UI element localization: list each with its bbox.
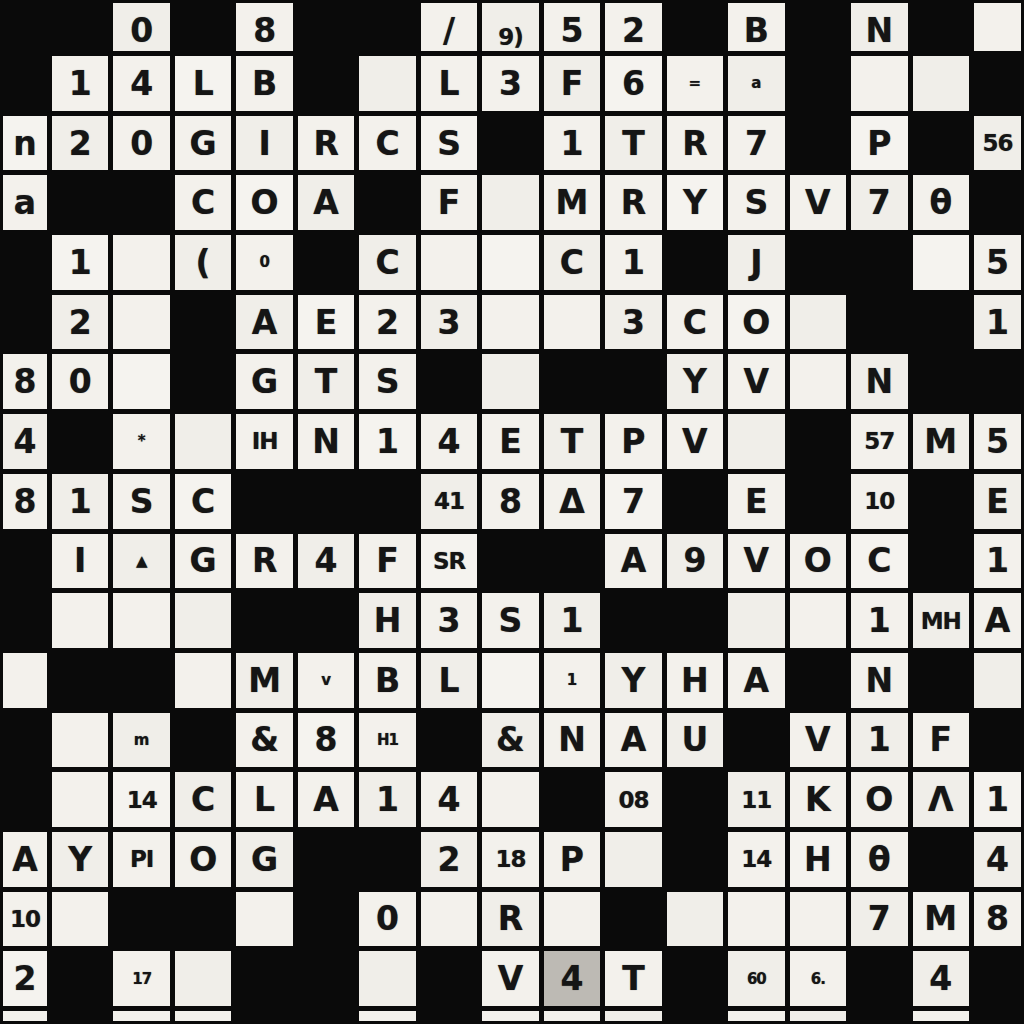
block-r13c1 [3,713,47,768]
block-r7c4 [175,354,231,409]
cell-r12c11[interactable]: Y [605,653,661,708]
cell-r9c8[interactable]: 41 [421,474,477,529]
cell-r3c17[interactable]: 56 [974,116,1021,171]
cell-r14c16[interactable]: Λ [913,772,969,827]
cell-r6c5[interactable]: A [236,295,292,350]
cell-r16c2[interactable] [52,892,108,947]
block-r7c11 [605,354,661,409]
cell-r4c8[interactable]: F [421,175,477,230]
cell-r14c11[interactable]: 08 [605,772,661,827]
cell-r3c7[interactable]: C [359,116,415,171]
cell-r14c5[interactable]: L [236,772,292,827]
cell-r12c17[interactable] [974,653,1021,708]
block-r15c7 [359,832,415,887]
cell-r3c6[interactable]: R [298,116,354,171]
cell-r9c10[interactable]: Δ [544,474,600,529]
block-r2c1 [3,56,47,111]
cell-r14c4[interactable]: C [175,772,231,827]
block-r7c16 [913,354,969,409]
cell-r9c11[interactable]: 7 [605,474,661,529]
cell-r13c6[interactable]: 8 [298,713,354,768]
cell-r2c2[interactable]: 1 [52,56,108,111]
cell-r4c9[interactable] [482,175,538,230]
cell-r8c12[interactable]: V [667,414,723,469]
cell-r15c17[interactable]: 4 [974,832,1021,887]
cell-r2c7[interactable] [359,56,415,111]
cell-r13c9[interactable]: & [482,713,538,768]
block-r3c16 [913,116,969,171]
block-r6c15 [851,295,907,350]
cell-r7c14[interactable] [790,354,846,409]
cell-r5c10[interactable]: C [544,235,600,290]
cell-r2c8[interactable]: L [421,56,477,111]
block-r13c4 [175,713,231,768]
block-r18c5 [236,1011,292,1021]
cell-r2c10[interactable]: F [544,56,600,111]
cell-r4c16[interactable]: θ [913,175,969,230]
block-r4c7 [359,175,415,230]
block-r11c5 [236,593,292,648]
cell-r14c14[interactable]: K [790,772,846,827]
cell-r13c14[interactable]: V [790,713,846,768]
cell-r16c8[interactable] [421,892,477,947]
cell-r14c8[interactable]: 4 [421,772,477,827]
cell-r2c4[interactable]: L [175,56,231,111]
cell-r18c13[interactable] [728,1011,784,1021]
block-r18c15 [851,1011,907,1021]
cell-r10c7[interactable]: F [359,534,415,589]
cell-r1c10[interactable]: 5 [544,3,600,51]
cell-r6c8[interactable]: 3 [421,295,477,350]
cell-r15c13[interactable]: 14 [728,832,784,887]
cell-r15c14[interactable]: H [790,832,846,887]
cell-r18c10[interactable] [544,1011,600,1021]
block-r16c6 [298,892,354,947]
cell-r7c2[interactable]: 0 [52,354,108,409]
cell-r18c4[interactable] [175,1011,231,1021]
block-r1c14 [790,3,846,51]
cell-r10c12[interactable]: 9 [667,534,723,589]
block-r1c1 [3,3,47,51]
cell-r11c13[interactable] [728,593,784,648]
block-r9c6 [298,474,354,529]
cell-r3c13[interactable]: 7 [728,116,784,171]
cell-r8c3[interactable]: * [113,414,169,469]
cell-r4c5[interactable]: O [236,175,292,230]
block-r1c6 [298,3,354,51]
cell-r2c12[interactable]: = [667,56,723,111]
cell-r1c3[interactable]: 0 [113,3,169,51]
cell-r16c1[interactable]: 10 [3,892,47,947]
cell-r6c13[interactable]: O [728,295,784,350]
cell-r15c11[interactable] [605,832,661,887]
cell-r7c5[interactable]: G [236,354,292,409]
cell-r13c7[interactable]: H1 [359,713,415,768]
block-r16c11 [605,892,661,947]
cell-r8c13[interactable] [728,414,784,469]
cell-r12c8[interactable]: L [421,653,477,708]
block-r18c8 [421,1011,477,1021]
block-r4c17 [974,175,1021,230]
cell-r14c15[interactable]: O [851,772,907,827]
cell-r10c13[interactable]: V [728,534,784,589]
cell-r16c14[interactable] [790,892,846,947]
block-r7c17 [974,354,1021,409]
cell-r17c3[interactable]: 17 [113,951,169,1006]
cell-r7c13[interactable]: V [728,354,784,409]
cell-r5c9[interactable] [482,235,538,290]
cell-r2c9[interactable]: 3 [482,56,538,111]
cell-r16c16[interactable]: M [913,892,969,947]
cell-r11c17[interactable]: A [974,593,1021,648]
cell-r5c13[interactable]: J [728,235,784,290]
cell-r18c3[interactable] [113,1011,169,1021]
crossword-grid: 08/9)52BN14LBL3F6=an20GIRCS1TR7P56aCOAFM… [0,0,1024,1024]
block-r17c2 [52,951,108,1006]
cell-r6c11[interactable]: 3 [605,295,661,350]
block-r17c5 [236,951,292,1006]
cell-r18c9[interactable] [482,1011,538,1021]
block-r8c2 [52,414,108,469]
cell-r17c11[interactable]: T [605,951,661,1006]
block-r1c7 [359,3,415,51]
block-r14c12 [667,772,723,827]
block-r14c1 [3,772,47,827]
cell-r17c14[interactable]: 6. [790,951,846,1006]
cell-r11c9[interactable]: S [482,593,538,648]
cell-r3c11[interactable]: T [605,116,661,171]
cell-r7c15[interactable]: N [851,354,907,409]
cell-r10c2[interactable]: I [52,534,108,589]
cell-r5c7[interactable]: C [359,235,415,290]
block-r17c12 [667,951,723,1006]
block-r17c6 [298,951,354,1006]
cell-r16c17[interactable]: 8 [974,892,1021,947]
block-r8c14 [790,414,846,469]
cell-r15c8[interactable]: 2 [421,832,477,887]
block-r12c2 [52,653,108,708]
cell-r12c1[interactable] [3,653,47,708]
cell-r15c15[interactable]: θ [851,832,907,887]
block-r16c3 [113,892,169,947]
cell-r13c16[interactable]: F [913,713,969,768]
block-r16c4 [175,892,231,947]
cell-r13c12[interactable]: U [667,713,723,768]
cell-r10c3[interactable]: ▲ [113,534,169,589]
cell-r14c7[interactable]: 1 [359,772,415,827]
cell-r4c10[interactable]: M [544,175,600,230]
cell-r12c6[interactable]: v [298,653,354,708]
cell-r4c12[interactable]: Y [667,175,723,230]
block-r11c6 [298,593,354,648]
cell-r3c2[interactable]: 2 [52,116,108,171]
cell-r1c11[interactable]: 2 [605,3,661,51]
cell-r3c8[interactable]: S [421,116,477,171]
cell-r15c4[interactable]: O [175,832,231,887]
cell-r14c17[interactable]: 1 [974,772,1021,827]
cell-r10c17[interactable]: 1 [974,534,1021,589]
cell-r10c11[interactable]: A [605,534,661,589]
block-r9c14 [790,474,846,529]
cell-r12c9[interactable] [482,653,538,708]
block-r9c12 [667,474,723,529]
cell-r15c5[interactable]: G [236,832,292,887]
cell-r1c17[interactable] [974,3,1021,51]
cell-r5c11[interactable]: 1 [605,235,661,290]
block-r13c8 [421,713,477,768]
cell-r10c8[interactable]: SR [421,534,477,589]
block-r11c1 [3,593,47,648]
cell-r4c14[interactable]: V [790,175,846,230]
block-r10c10 [544,534,600,589]
block-r6c16 [913,295,969,350]
block-r11c11 [605,593,661,648]
cell-r9c1[interactable]: 8 [3,474,47,529]
cell-r13c10[interactable]: N [544,713,600,768]
cell-r6c3[interactable] [113,295,169,350]
cell-r8c16[interactable]: M [913,414,969,469]
cell-r6c10[interactable] [544,295,600,350]
block-r5c6 [298,235,354,290]
cell-r16c13[interactable] [728,892,784,947]
cell-r6c2[interactable]: 2 [52,295,108,350]
cell-r9c2[interactable]: 1 [52,474,108,529]
cell-r5c2[interactable]: 1 [52,235,108,290]
cell-r2c11[interactable]: 6 [605,56,661,111]
cell-r4c6[interactable]: A [298,175,354,230]
cell-r15c1[interactable]: A [3,832,47,887]
cell-r9c13[interactable]: E [728,474,784,529]
cell-r16c7[interactable]: 0 [359,892,415,947]
cell-r12c15[interactable]: N [851,653,907,708]
cell-r17c13[interactable]: 60 [728,951,784,1006]
block-r9c7 [359,474,415,529]
cell-r18c14[interactable] [790,1011,846,1021]
cell-r16c5[interactable] [236,892,292,947]
block-r7c10 [544,354,600,409]
cell-r18c11[interactable] [605,1011,661,1021]
cell-r1c13[interactable]: B [728,3,784,51]
cell-r11c8[interactable]: 3 [421,593,477,648]
cell-r13c11[interactable]: A [605,713,661,768]
cell-r7c1[interactable]: 8 [3,354,47,409]
cell-r4c4[interactable]: C [175,175,231,230]
block-r10c1 [3,534,47,589]
cell-r5c3[interactable] [113,235,169,290]
block-r2c6 [298,56,354,111]
cell-r11c2[interactable] [52,593,108,648]
cell-r4c13[interactable]: S [728,175,784,230]
cell-r13c3[interactable]: m [113,713,169,768]
cell-r15c3[interactable]: PI [113,832,169,887]
cell-r9c15[interactable]: 10 [851,474,907,529]
cell-r12c4[interactable] [175,653,231,708]
block-r10c9 [482,534,538,589]
cell-r12c12[interactable]: H [667,653,723,708]
block-r13c13 [728,713,784,768]
cell-r11c10[interactable]: 1 [544,593,600,648]
block-r18c17 [974,1011,1021,1021]
cell-r10c4[interactable]: G [175,534,231,589]
block-r17c8 [421,951,477,1006]
block-r15c6 [298,832,354,887]
cell-r9c3[interactable]: S [113,474,169,529]
cell-r14c9[interactable] [482,772,538,827]
cell-r12c13[interactable]: A [728,653,784,708]
cell-r12c10[interactable]: 1 [544,653,600,708]
cell-r13c5[interactable]: & [236,713,292,768]
cell-r14c2[interactable] [52,772,108,827]
cell-r12c7[interactable]: B [359,653,415,708]
cell-r7c3[interactable] [113,354,169,409]
cell-r15c2[interactable]: Y [52,832,108,887]
cell-r4c11[interactable]: R [605,175,661,230]
cell-r1c8[interactable]: / [421,3,477,51]
cell-r1c15[interactable]: N [851,3,907,51]
cell-r5c8[interactable] [421,235,477,290]
cell-r10c5[interactable]: R [236,534,292,589]
cell-r8c4[interactable] [175,414,231,469]
cell-r11c4[interactable] [175,593,231,648]
cell-r12c5[interactable]: M [236,653,292,708]
block-r1c16 [913,3,969,51]
cell-r9c4[interactable]: C [175,474,231,529]
cell-r17c4[interactable] [175,951,231,1006]
cell-r7c6[interactable]: T [298,354,354,409]
block-r17c15 [851,951,907,1006]
cell-r13c15[interactable]: 1 [851,713,907,768]
cell-r11c14[interactable] [790,593,846,648]
block-r6c1 [3,295,47,350]
block-r1c2 [52,3,108,51]
cell-r2c13[interactable]: a [728,56,784,111]
cell-r18c1[interactable] [3,1011,47,1021]
cell-r1c5[interactable]: 8 [236,3,292,51]
cell-r8c5[interactable]: IH [236,414,292,469]
cell-r9c9[interactable]: 8 [482,474,538,529]
block-r7c8 [421,354,477,409]
cell-r13c2[interactable] [52,713,108,768]
cell-r7c7[interactable]: S [359,354,415,409]
block-r4c2 [52,175,108,230]
cell-r11c7[interactable]: H [359,593,415,648]
cell-r5c4[interactable]: ( [175,235,231,290]
cell-r16c10[interactable] [544,892,600,947]
cell-r8c15[interactable]: 57 [851,414,907,469]
block-r18c2 [52,1011,108,1021]
block-r12c14 [790,653,846,708]
cell-r8c8[interactable]: 4 [421,414,477,469]
cell-r17c1[interactable]: 2 [3,951,47,1006]
cell-r16c15[interactable]: 7 [851,892,907,947]
cell-r8c10[interactable]: T [544,414,600,469]
cell-r8c11[interactable]: P [605,414,661,469]
cell-r3c5[interactable]: I [236,116,292,171]
block-r5c15 [851,235,907,290]
cell-r15c10[interactable]: P [544,832,600,887]
block-r18c12 [667,1011,723,1021]
cell-r11c15[interactable]: 1 [851,593,907,648]
block-r15c16 [913,832,969,887]
cell-r17c9[interactable]: V [482,951,538,1006]
block-r9c5 [236,474,292,529]
cell-r8c6[interactable]: N [298,414,354,469]
cell-r5c17[interactable]: 5 [974,235,1021,290]
cell-r2c3[interactable]: 4 [113,56,169,111]
block-r2c17 [974,56,1021,111]
cell-r3c3[interactable]: 0 [113,116,169,171]
cell-r4c1[interactable]: a [3,175,47,230]
cell-r9c17[interactable]: E [974,474,1021,529]
block-r3c9 [482,116,538,171]
cell-r6c17[interactable]: 1 [974,295,1021,350]
cell-r10c14[interactable]: O [790,534,846,589]
cell-r15c9[interactable]: 18 [482,832,538,887]
cell-r6c12[interactable]: C [667,295,723,350]
cell-r3c10[interactable]: 1 [544,116,600,171]
block-r18c6 [298,1011,354,1021]
cell-r14c3[interactable]: 14 [113,772,169,827]
cell-r2c15[interactable] [851,56,907,111]
cell-r17c16[interactable]: 4 [913,951,969,1006]
cell-r8c1[interactable]: 4 [3,414,47,469]
block-r11c12 [667,593,723,648]
cell-r8c7[interactable]: 1 [359,414,415,469]
cell-r7c9[interactable] [482,354,538,409]
cell-r1c9[interactable]: 9) [482,3,538,51]
block-r5c1 [3,235,47,290]
cell-r10c6[interactable]: 4 [298,534,354,589]
block-r12c3 [113,653,169,708]
cell-r16c12[interactable] [667,892,723,947]
cell-r5c5[interactable]: 0 [236,235,292,290]
block-r15c12 [667,832,723,887]
cell-r14c6[interactable]: A [298,772,354,827]
cell-r8c9[interactable]: E [482,414,538,469]
block-r1c4 [175,3,231,51]
cell-r11c16[interactable]: MH [913,593,969,648]
cell-r2c16[interactable] [913,56,969,111]
cell-r14c13[interactable]: 11 [728,772,784,827]
cell-r2c5[interactable]: B [236,56,292,111]
cell-r6c14[interactable] [790,295,846,350]
cell-r11c3[interactable] [113,593,169,648]
block-r17c17 [974,951,1021,1006]
cell-r16c9[interactable]: R [482,892,538,947]
cell-r18c16[interactable] [913,1011,969,1021]
cell-r3c15[interactable]: P [851,116,907,171]
cell-r3c12[interactable]: R [667,116,723,171]
cell-r6c7[interactable]: 2 [359,295,415,350]
cell-r4c15[interactable]: 7 [851,175,907,230]
cell-r6c6[interactable]: E [298,295,354,350]
block-r2c14 [790,56,846,111]
cell-r10c15[interactable]: C [851,534,907,589]
cell-r3c1[interactable]: n [3,116,47,171]
cell-r5c16[interactable] [913,235,969,290]
cell-r6c9[interactable] [482,295,538,350]
block-r3c14 [790,116,846,171]
block-r14c10 [544,772,600,827]
block-r1c12 [667,3,723,51]
cell-r18c7[interactable] [359,1011,415,1021]
block-r5c14 [790,235,846,290]
cell-r17c10[interactable]: 4 [544,951,600,1006]
cell-r7c12[interactable]: Y [667,354,723,409]
cell-r3c4[interactable]: G [175,116,231,171]
cell-r17c7[interactable] [359,951,415,1006]
cell-r8c17[interactable]: 5 [974,414,1021,469]
